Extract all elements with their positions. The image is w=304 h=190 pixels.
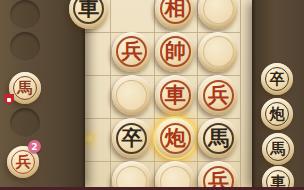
piece-glyph: 兵 [16, 155, 31, 170]
captured-piece-right-1: 炮 [261, 98, 293, 130]
xiangqi-game-screen: 馬兵2 卒炮馬車 車相兵帥車兵卒炮馬兵 [0, 0, 304, 190]
board-piece-r2-c2[interactable]: 車 [155, 75, 195, 115]
tray-slot-0 [10, 0, 40, 30]
board-piece-r1-c3[interactable] [198, 32, 238, 72]
board-piece-r4-c1[interactable] [112, 161, 152, 190]
piece-glyph: 馬 [18, 81, 33, 96]
piece-ring: 兵 [203, 80, 234, 111]
piece-ring [203, 0, 234, 24]
piece-ring [203, 36, 234, 67]
piece-glyph: 馬 [271, 142, 286, 157]
piece-ring: 卒 [116, 123, 147, 154]
piece-glyph: 炮 [165, 128, 186, 149]
board-cell-r0-c1[interactable] [111, 0, 154, 33]
piece-glyph: 車 [78, 0, 99, 19]
piece-ring [116, 80, 147, 111]
board-piece-r1-c1[interactable]: 兵 [112, 32, 152, 72]
piece-glyph: 兵 [208, 85, 229, 106]
capture-count-badge: 2 [28, 140, 41, 153]
piece-ring: 卒 [265, 67, 289, 91]
bottom-bar [0, 187, 304, 190]
piece-ring: 馬 [203, 123, 234, 154]
captured-piece-right-2: 馬 [262, 133, 294, 165]
piece-glyph: 帥 [165, 41, 186, 62]
piece-glyph: 卒 [121, 128, 142, 149]
board-piece-r3-c1[interactable]: 卒 [112, 118, 152, 158]
piece-ring: 兵 [116, 36, 147, 67]
piece-glyph: 兵 [121, 41, 142, 62]
piece-ring: 相 [160, 0, 191, 24]
move-indicator-dot[interactable] [85, 135, 92, 142]
board-piece-r1-c2[interactable]: 帥 [155, 32, 195, 72]
dark-capture-badge [4, 94, 14, 105]
tray-slot-2 [10, 108, 40, 138]
piece-ring: 炮 [160, 123, 191, 154]
piece-ring: 兵 [11, 150, 35, 174]
piece-glyph: 卒 [270, 72, 285, 87]
piece-ring: 馬 [13, 76, 37, 100]
left-capture-tray: 馬兵2 [0, 0, 85, 190]
board-piece-r2-c1[interactable] [112, 75, 152, 115]
piece-ring: 炮 [265, 102, 289, 126]
piece-glyph: 炮 [270, 107, 285, 122]
badge-mark-dot [7, 98, 11, 102]
captured-piece-left-0: 馬 [9, 72, 41, 104]
tray-slot-1 [10, 32, 40, 62]
piece-glyph: 車 [165, 85, 186, 106]
piece-ring: 車 [160, 80, 191, 111]
piece-ring: 馬 [266, 137, 290, 161]
piece-glyph: 馬 [208, 128, 229, 149]
right-capture-tray: 卒炮馬車 [252, 0, 304, 190]
piece-ring: 車 [73, 0, 104, 24]
piece-glyph: 相 [165, 0, 186, 19]
captured-piece-right-0: 卒 [261, 63, 293, 95]
captured-piece-left-1: 兵2 [7, 146, 39, 178]
piece-ring: 帥 [160, 36, 191, 67]
